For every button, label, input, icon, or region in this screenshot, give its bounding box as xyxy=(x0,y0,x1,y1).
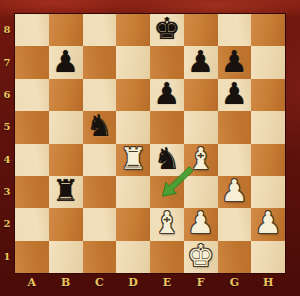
square-f8[interactable] xyxy=(184,14,218,46)
square-d3[interactable] xyxy=(116,176,150,208)
square-h1[interactable] xyxy=(251,241,285,273)
black-pawn-e6[interactable]: ♟ xyxy=(153,79,180,109)
square-e6[interactable]: ♟ xyxy=(150,79,184,111)
black-pawn-f7[interactable]: ♟ xyxy=(187,47,214,77)
square-g4[interactable] xyxy=(218,144,252,176)
square-b3[interactable]: ♜ xyxy=(49,176,83,208)
square-d2[interactable] xyxy=(116,208,150,240)
square-a5[interactable] xyxy=(15,111,49,143)
square-d8[interactable] xyxy=(116,14,150,46)
square-h6[interactable] xyxy=(251,79,285,111)
square-e5[interactable] xyxy=(150,111,184,143)
square-f4[interactable]: ♝ xyxy=(184,144,218,176)
square-g2[interactable] xyxy=(218,208,252,240)
rank-label-2: 2 xyxy=(0,218,14,229)
rank-label-7: 7 xyxy=(0,57,14,68)
white-king-f1[interactable]: ♚ xyxy=(187,241,214,271)
square-h7[interactable] xyxy=(251,46,285,78)
file-label-b: B xyxy=(49,276,83,290)
square-f3[interactable] xyxy=(184,176,218,208)
square-g7[interactable]: ♟ xyxy=(218,46,252,78)
square-a8[interactable] xyxy=(15,14,49,46)
black-knight-e4[interactable]: ♞ xyxy=(153,144,180,174)
square-a1[interactable] xyxy=(15,241,49,273)
square-d6[interactable] xyxy=(116,79,150,111)
square-a4[interactable] xyxy=(15,144,49,176)
black-knight-c5[interactable]: ♞ xyxy=(86,111,113,141)
rank-label-8: 8 xyxy=(0,24,14,35)
square-c5[interactable]: ♞ xyxy=(83,111,117,143)
chess-board: ♚♟♟♟♟♟♞♜♞♝♜♟♝♟♟♚ xyxy=(15,14,285,273)
square-g6[interactable]: ♟ xyxy=(218,79,252,111)
file-label-e: E xyxy=(150,276,184,290)
white-pawn-h2[interactable]: ♟ xyxy=(255,208,282,238)
black-pawn-g6[interactable]: ♟ xyxy=(221,79,248,109)
file-label-g: G xyxy=(218,276,252,290)
square-b7[interactable]: ♟ xyxy=(49,46,83,78)
chess-board-widget: ♚♟♟♟♟♟♞♜♞♝♜♟♝♟♟♚ 87654321ABCDEFGH xyxy=(0,0,300,296)
square-c2[interactable] xyxy=(83,208,117,240)
white-bishop-f4[interactable]: ♝ xyxy=(187,144,214,174)
square-g5[interactable] xyxy=(218,111,252,143)
rank-label-6: 6 xyxy=(0,89,14,100)
rank-label-3: 3 xyxy=(0,186,14,197)
square-d1[interactable] xyxy=(116,241,150,273)
square-b5[interactable] xyxy=(49,111,83,143)
square-d7[interactable] xyxy=(116,46,150,78)
rank-label-4: 4 xyxy=(0,154,14,165)
square-c8[interactable] xyxy=(83,14,117,46)
square-f6[interactable] xyxy=(184,79,218,111)
square-c4[interactable] xyxy=(83,144,117,176)
square-e8[interactable]: ♚ xyxy=(150,14,184,46)
square-a3[interactable] xyxy=(15,176,49,208)
white-pawn-f2[interactable]: ♟ xyxy=(187,208,214,238)
square-b8[interactable] xyxy=(49,14,83,46)
file-label-c: C xyxy=(83,276,117,290)
white-rook-d4[interactable]: ♜ xyxy=(120,144,147,174)
square-e4[interactable]: ♞ xyxy=(150,144,184,176)
file-label-a: A xyxy=(15,276,49,290)
square-b1[interactable] xyxy=(49,241,83,273)
square-h8[interactable] xyxy=(251,14,285,46)
rank-label-5: 5 xyxy=(0,121,14,132)
square-d5[interactable] xyxy=(116,111,150,143)
square-b2[interactable] xyxy=(49,208,83,240)
square-f5[interactable] xyxy=(184,111,218,143)
square-e2[interactable]: ♝ xyxy=(150,208,184,240)
square-h2[interactable]: ♟ xyxy=(251,208,285,240)
white-bishop-e2[interactable]: ♝ xyxy=(153,208,180,238)
square-g3[interactable]: ♟ xyxy=(218,176,252,208)
square-e7[interactable] xyxy=(150,46,184,78)
square-a6[interactable] xyxy=(15,79,49,111)
square-h3[interactable] xyxy=(251,176,285,208)
square-c3[interactable] xyxy=(83,176,117,208)
square-c6[interactable] xyxy=(83,79,117,111)
square-d4[interactable]: ♜ xyxy=(116,144,150,176)
file-label-d: D xyxy=(116,276,150,290)
black-pawn-b7[interactable]: ♟ xyxy=(52,47,79,77)
square-e1[interactable] xyxy=(150,241,184,273)
square-c7[interactable] xyxy=(83,46,117,78)
square-g1[interactable] xyxy=(218,241,252,273)
square-c1[interactable] xyxy=(83,241,117,273)
rank-label-1: 1 xyxy=(0,251,14,262)
black-king-e8[interactable]: ♚ xyxy=(153,14,180,44)
square-e3[interactable] xyxy=(150,176,184,208)
file-label-h: H xyxy=(251,276,285,290)
square-h5[interactable] xyxy=(251,111,285,143)
square-b6[interactable] xyxy=(49,79,83,111)
black-rook-b3[interactable]: ♜ xyxy=(52,176,79,206)
file-label-f: F xyxy=(184,276,218,290)
white-pawn-g3[interactable]: ♟ xyxy=(221,176,248,206)
square-a7[interactable] xyxy=(15,46,49,78)
square-f1[interactable]: ♚ xyxy=(184,241,218,273)
square-h4[interactable] xyxy=(251,144,285,176)
black-pawn-g7[interactable]: ♟ xyxy=(221,47,248,77)
square-b4[interactable] xyxy=(49,144,83,176)
square-g8[interactable] xyxy=(218,14,252,46)
square-f2[interactable]: ♟ xyxy=(184,208,218,240)
square-a2[interactable] xyxy=(15,208,49,240)
square-f7[interactable]: ♟ xyxy=(184,46,218,78)
